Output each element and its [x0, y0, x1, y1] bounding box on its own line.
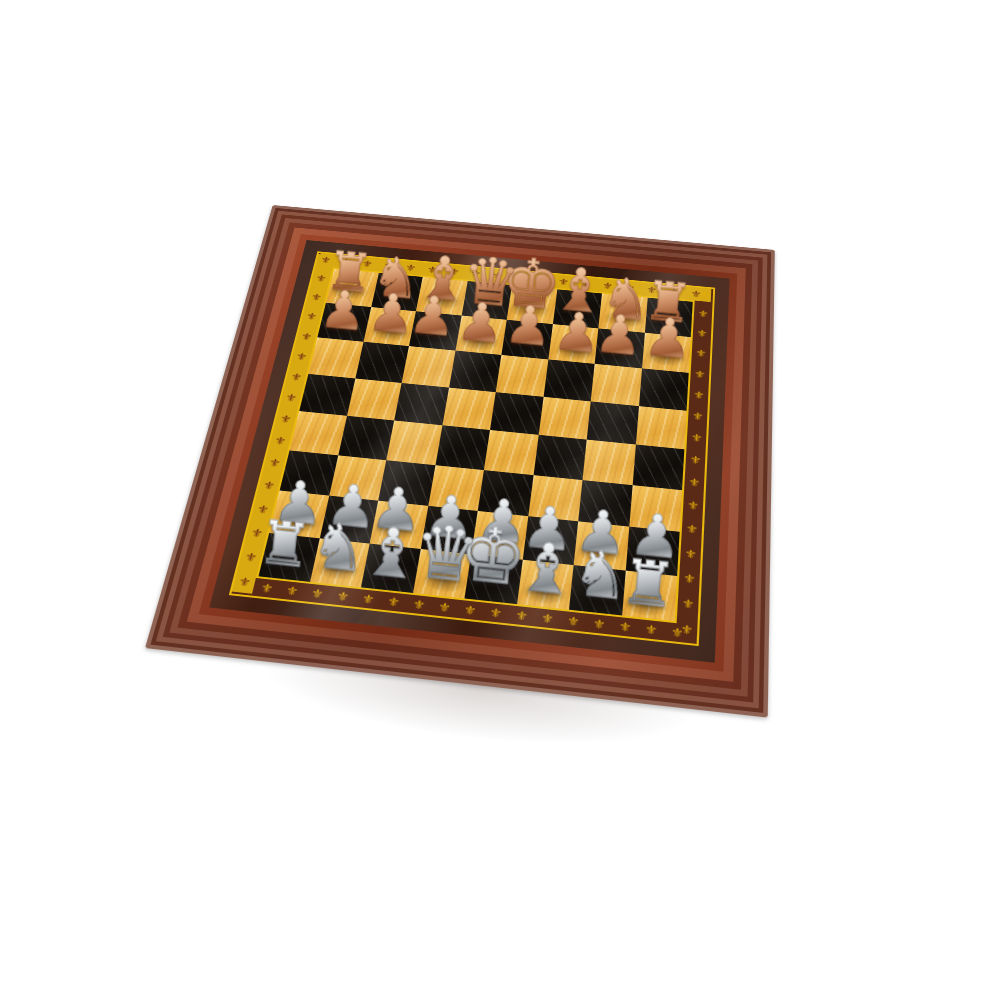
bishop-glyph: ♝	[513, 532, 580, 605]
square-h7	[642, 332, 691, 373]
square-c8	[416, 277, 467, 315]
product-photo-scene: ⚜ ⚜ ⚜ ⚜ ⚜ ⚜ ⚜ ⚜ ⚜ ⚜ ⚜ ⚜ ⚜ ⚜ ⚜ ⚜ ⚜ ⚜ ⚜ ⚜ …	[0, 0, 1002, 1002]
square-a8	[326, 269, 378, 307]
rook-glyph: ♜	[256, 512, 315, 577]
square-g7	[595, 328, 645, 368]
square-b6	[355, 342, 409, 383]
bishop-glyph: ♝	[359, 517, 425, 590]
rook-glyph: ♜	[618, 550, 679, 616]
square-a6	[308, 337, 363, 378]
square-d5	[442, 387, 496, 430]
square-b5	[347, 378, 402, 420]
square-a5	[299, 374, 355, 416]
square-h8	[644, 298, 692, 337]
square-f7	[548, 324, 598, 364]
square-f6	[543, 359, 594, 401]
chess-board-3d: ⚜ ⚜ ⚜ ⚜ ⚜ ⚜ ⚜ ⚜ ⚜ ⚜ ⚜ ⚜ ⚜ ⚜ ⚜ ⚜ ⚜ ⚜ ⚜ ⚜ …	[145, 205, 775, 718]
square-b7	[363, 307, 416, 346]
square-d8	[461, 281, 512, 319]
square-c7	[409, 311, 461, 351]
square-e6	[496, 355, 548, 396]
square-g8	[598, 293, 647, 332]
square-d6	[449, 351, 502, 392]
square-d7	[455, 315, 507, 355]
square-f8	[552, 289, 602, 328]
square-c5	[394, 383, 448, 426]
square-a7	[317, 302, 371, 341]
square-c6	[402, 346, 455, 387]
square-h6	[639, 368, 689, 410]
square-e8	[507, 285, 557, 324]
square-e7	[501, 319, 552, 359]
square-g6	[591, 364, 642, 406]
square-b8	[371, 273, 423, 311]
square-e5	[490, 392, 543, 435]
